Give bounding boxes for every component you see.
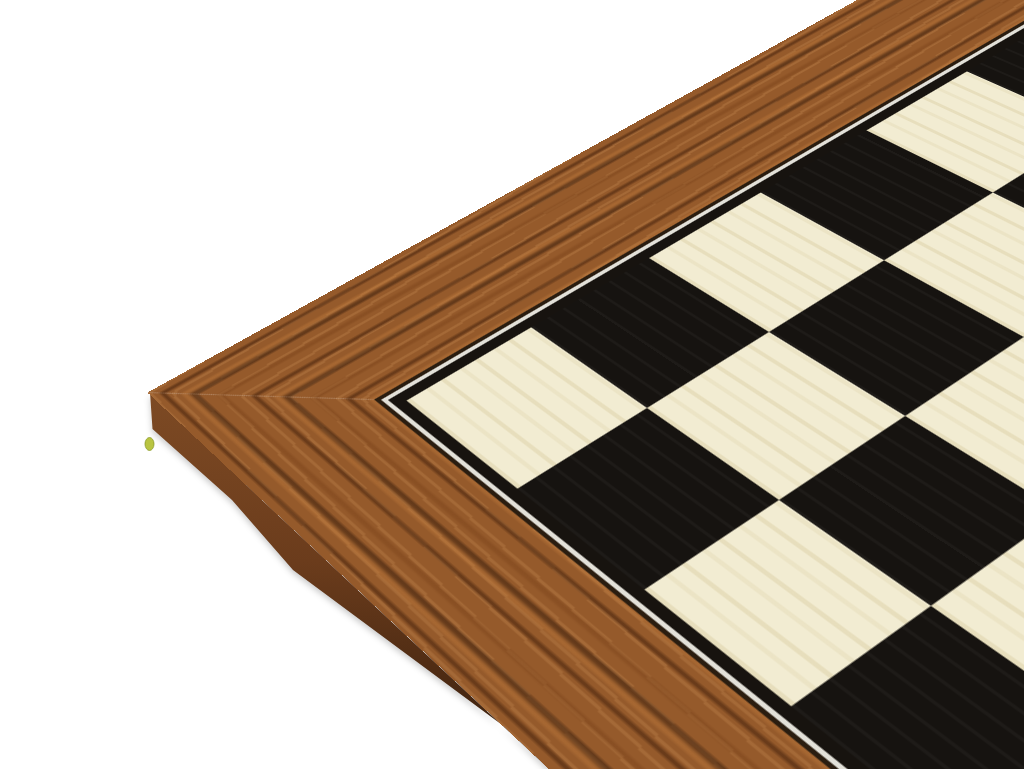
photo-scene [0,0,1024,769]
chess-board [147,0,1024,769]
felt-pad [145,438,154,451]
